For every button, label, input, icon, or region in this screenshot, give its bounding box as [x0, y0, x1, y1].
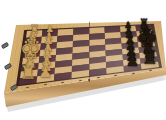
- chess-set-photo: ♜♟♟♜♞♟♟♞♝♟♟♝♛♟♟♛♚♟♟♚♝♟♟♝♞♟♟♞♜♟♟♜: [0, 0, 166, 120]
- latch-icon: [2, 42, 9, 48]
